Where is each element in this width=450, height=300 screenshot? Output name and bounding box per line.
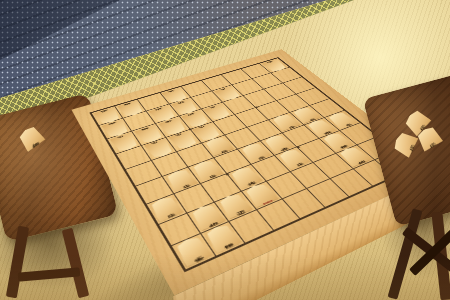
piece-kanji: 馬 (242, 181, 279, 207)
piece-kanji: 角行 (16, 124, 45, 153)
square-6-2[interactable]: 歩兵 (163, 167, 202, 194)
captured-piece-P[interactable]: 歩兵 (391, 130, 418, 158)
foreground-shade (0, 254, 450, 300)
piece-sente-P[interactable]: 歩兵 (276, 147, 311, 170)
piece-sente-P[interactable]: 歩兵 (164, 167, 199, 192)
hoshi-dot (296, 146, 300, 149)
photo-scene: 香車桂馬金将香車飛車銀将王将歩兵歩兵桂馬金将銀将歩兵歩兵歩兵歩兵歩兵歩兵歩兵歩兵… (0, 0, 450, 300)
square-4-2[interactable]: 歩兵 (142, 137, 177, 160)
piece-kanji: 歩兵 (239, 141, 273, 163)
piece-sente-S[interactable]: 銀将 (188, 202, 226, 231)
square-8-2[interactable]: 銀将 (188, 202, 230, 233)
piece-kanji: 金将 (228, 165, 264, 190)
piece-sente-+B[interactable]: 馬 (242, 181, 279, 207)
piece-sente-G[interactable]: 金将 (228, 165, 264, 190)
piece-sente-P[interactable]: 歩兵 (202, 135, 235, 156)
piece-sente-S[interactable]: 銀将 (336, 145, 372, 167)
sente-captured-pieces: 歩兵歩兵歩兵 (386, 100, 450, 172)
square-9-5[interactable] (283, 188, 326, 218)
piece-kanji: 歩兵 (164, 167, 199, 192)
piece-kanji: 歩兵 (202, 135, 235, 156)
square-7-6[interactable]: 歩兵 (275, 147, 313, 171)
square-5-2[interactable] (152, 152, 189, 177)
piece-kanji: 歩兵 (148, 194, 185, 222)
square-9-3[interactable] (230, 210, 274, 243)
square-4-1[interactable] (116, 145, 152, 169)
square-9-6[interactable] (307, 178, 349, 206)
square-9-4[interactable] (257, 199, 300, 230)
hoshi-dot (225, 173, 229, 176)
square-7-7[interactable] (298, 139, 336, 162)
square-8-8[interactable]: 銀将 (336, 145, 375, 169)
square-5-4[interactable]: 歩兵 (202, 135, 238, 158)
square-7-3[interactable] (202, 174, 242, 202)
captured-piece-B[interactable]: 角行 (16, 124, 45, 153)
square-7-5[interactable] (252, 156, 291, 181)
piece-kanji: 歩兵 (391, 130, 418, 158)
gote-captured-pieces: 角行 (16, 120, 66, 164)
piece-sente-K[interactable]: 玉将 (216, 191, 254, 219)
square-7-2[interactable] (175, 184, 215, 213)
piece-sente-P[interactable]: 歩兵 (190, 158, 224, 182)
square-8-6[interactable] (291, 162, 331, 188)
piece-sente-P[interactable]: 歩兵 (239, 141, 273, 163)
square-8-1[interactable] (159, 213, 202, 246)
square-7-4[interactable]: 金将 (227, 165, 266, 192)
square-8-5[interactable] (267, 171, 308, 198)
square-9-7[interactable] (331, 169, 372, 196)
piece-kanji: 玉将 (216, 191, 254, 219)
piece-gote-P[interactable]: 歩兵 (144, 138, 176, 160)
piece-kanji: 歩兵 (276, 147, 311, 170)
piece-sente-P[interactable]: 歩兵 (148, 194, 185, 222)
square-9-2[interactable]: 桂馬 (202, 221, 246, 255)
square-6-4[interactable] (214, 149, 252, 174)
piece-kanji: 銀将 (188, 202, 226, 231)
square-6-1[interactable] (136, 177, 175, 205)
piece-sente-N[interactable]: 桂馬 (203, 222, 243, 254)
square-8-7[interactable] (314, 153, 354, 178)
square-8-4[interactable]: 馬 (242, 181, 283, 210)
square-8-3[interactable]: 玉将 (215, 191, 257, 221)
square-6-5[interactable]: 歩兵 (238, 141, 275, 165)
square-5-3[interactable] (178, 143, 215, 167)
square-5-1[interactable] (126, 160, 163, 186)
piece-kanji: 歩兵 (190, 158, 224, 182)
square-7-1[interactable]: 歩兵 (147, 194, 188, 224)
piece-kanji: 桂馬 (203, 222, 243, 254)
square-6-3[interactable]: 歩兵 (189, 158, 227, 184)
piece-kanji: 銀将 (336, 145, 372, 167)
piece-kanji: 歩兵 (144, 138, 176, 160)
